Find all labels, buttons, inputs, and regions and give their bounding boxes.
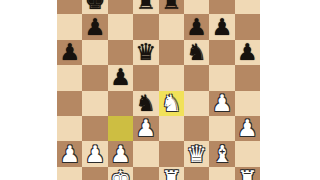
square-f2[interactable]: ♛	[184, 141, 209, 166]
page-background: ♚♜♜♟♟♟♟♛♞♟♟♞♞♟♟♟♟♟♟♛♝♚♜♜	[0, 0, 320, 180]
square-e2[interactable]	[159, 141, 184, 166]
square-f6[interactable]: ♞	[184, 40, 209, 65]
black-pawn[interactable]: ♟	[85, 15, 106, 40]
square-b3[interactable]	[82, 116, 107, 141]
square-g5[interactable]	[209, 65, 234, 90]
square-a6[interactable]: ♟	[57, 40, 82, 65]
square-d4[interactable]: ♞	[133, 91, 158, 116]
square-e6[interactable]	[159, 40, 184, 65]
square-e3[interactable]	[159, 116, 184, 141]
square-a7[interactable]	[57, 14, 82, 39]
square-c1[interactable]: ♚	[108, 167, 133, 180]
square-d6[interactable]: ♛	[133, 40, 158, 65]
white-knight[interactable]: ♞	[161, 91, 182, 116]
square-c8[interactable]	[108, 0, 133, 14]
square-d1[interactable]	[133, 167, 158, 180]
square-c7[interactable]	[108, 14, 133, 39]
square-e4[interactable]: ♞	[159, 91, 184, 116]
square-a8[interactable]	[57, 0, 82, 14]
square-g2[interactable]: ♝	[209, 141, 234, 166]
black-pawn[interactable]: ♟	[212, 15, 233, 40]
square-e1[interactable]: ♜	[159, 167, 184, 180]
square-g8[interactable]	[209, 0, 234, 14]
black-rook[interactable]: ♜	[136, 0, 157, 14]
white-bishop[interactable]: ♝	[212, 142, 233, 167]
square-b5[interactable]	[82, 65, 107, 90]
square-a1[interactable]	[57, 167, 82, 180]
white-pawn[interactable]: ♟	[110, 142, 131, 167]
square-b7[interactable]: ♟	[82, 14, 107, 39]
square-f7[interactable]: ♟	[184, 14, 209, 39]
square-f4[interactable]	[184, 91, 209, 116]
white-pawn[interactable]: ♟	[85, 142, 106, 167]
black-pawn[interactable]: ♟	[186, 15, 207, 40]
white-king[interactable]: ♚	[110, 167, 131, 180]
square-f8[interactable]	[184, 0, 209, 14]
black-pawn[interactable]: ♟	[110, 65, 131, 90]
square-d3[interactable]: ♟	[133, 116, 158, 141]
black-pawn[interactable]: ♟	[59, 40, 80, 65]
white-pawn[interactable]: ♟	[212, 91, 233, 116]
square-g7[interactable]: ♟	[209, 14, 234, 39]
white-pawn[interactable]: ♟	[237, 116, 258, 141]
black-knight[interactable]: ♞	[136, 91, 157, 116]
square-c3[interactable]	[108, 116, 133, 141]
white-queen[interactable]: ♛	[186, 142, 207, 167]
square-f5[interactable]	[184, 65, 209, 90]
square-a4[interactable]	[57, 91, 82, 116]
white-pawn[interactable]: ♟	[59, 142, 80, 167]
square-h6[interactable]: ♟	[235, 40, 260, 65]
square-c2[interactable]: ♟	[108, 141, 133, 166]
chess-board: ♚♜♜♟♟♟♟♛♞♟♟♞♞♟♟♟♟♟♟♛♝♚♜♜	[57, 0, 260, 180]
square-a2[interactable]: ♟	[57, 141, 82, 166]
white-pawn[interactable]: ♟	[136, 116, 157, 141]
black-queen[interactable]: ♛	[136, 40, 157, 65]
black-rook[interactable]: ♜	[161, 0, 182, 14]
square-b6[interactable]	[82, 40, 107, 65]
square-g6[interactable]	[209, 40, 234, 65]
square-e8[interactable]: ♜	[159, 0, 184, 14]
square-f3[interactable]	[184, 116, 209, 141]
square-c6[interactable]	[108, 40, 133, 65]
square-e5[interactable]	[159, 65, 184, 90]
square-g3[interactable]	[209, 116, 234, 141]
black-knight[interactable]: ♞	[186, 40, 207, 65]
square-d5[interactable]	[133, 65, 158, 90]
square-b2[interactable]: ♟	[82, 141, 107, 166]
square-d7[interactable]	[133, 14, 158, 39]
square-h3[interactable]: ♟	[235, 116, 260, 141]
black-king[interactable]: ♚	[85, 0, 106, 14]
square-c4[interactable]	[108, 91, 133, 116]
square-d2[interactable]	[133, 141, 158, 166]
square-h5[interactable]	[235, 65, 260, 90]
square-h4[interactable]	[235, 91, 260, 116]
square-d8[interactable]: ♜	[133, 0, 158, 14]
square-b4[interactable]	[82, 91, 107, 116]
square-h8[interactable]	[235, 0, 260, 14]
square-b8[interactable]: ♚	[82, 0, 107, 14]
white-rook[interactable]: ♜	[161, 167, 182, 180]
square-h1[interactable]: ♜	[235, 167, 260, 180]
square-h7[interactable]	[235, 14, 260, 39]
square-g1[interactable]	[209, 167, 234, 180]
black-pawn[interactable]: ♟	[237, 40, 258, 65]
white-rook[interactable]: ♜	[237, 167, 258, 180]
square-f1[interactable]	[184, 167, 209, 180]
square-a3[interactable]	[57, 116, 82, 141]
square-a5[interactable]	[57, 65, 82, 90]
square-h2[interactable]	[235, 141, 260, 166]
square-e7[interactable]	[159, 14, 184, 39]
square-c5[interactable]: ♟	[108, 65, 133, 90]
square-g4[interactable]: ♟	[209, 91, 234, 116]
square-b1[interactable]	[82, 167, 107, 180]
